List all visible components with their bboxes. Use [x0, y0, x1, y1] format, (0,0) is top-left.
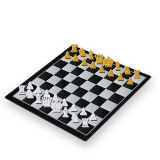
piece-gold-pawn[interactable]: ♟ [107, 69, 115, 78]
piece-gold-pawn[interactable]: ♟ [89, 62, 97, 71]
piece-gold-pawn[interactable]: ♟ [98, 65, 106, 74]
piece-silver-rook[interactable]: ♜ [80, 118, 90, 129]
piece-gold-pawn[interactable]: ♟ [126, 77, 134, 86]
piece-silver-knight[interactable]: ♞ [70, 112, 81, 124]
piece-gold-pawn[interactable]: ♟ [80, 58, 88, 67]
piece-gold-pawn[interactable]: ♟ [116, 73, 124, 82]
chess-set-photo: ♜♞♝♛♚♝♞♜♟♟♟♟♟♟♟♟♟♟♟♟♟♟♟♟♜♞♝♛♚♝♞♜ [0, 0, 160, 160]
piece-gold-pawn[interactable]: ♟ [64, 51, 72, 60]
piece-gold-pawn[interactable]: ♟ [72, 54, 80, 63]
